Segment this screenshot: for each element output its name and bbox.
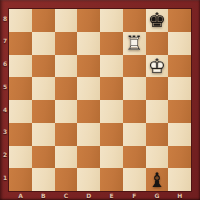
- square-e1[interactable]: [100, 168, 123, 191]
- square-d4[interactable]: [77, 100, 100, 123]
- rank-label-8: 8: [1, 13, 9, 23]
- piece-white-rook[interactable]: ♜♖: [123, 32, 145, 54]
- square-g3[interactable]: [146, 123, 169, 146]
- file-label-e: E: [100, 191, 123, 200]
- chess-board-frame: ♚♜♖♚♔♝ 87654321ABCDEFGH: [0, 0, 200, 200]
- square-h6[interactable]: [168, 55, 191, 78]
- square-c4[interactable]: [55, 100, 78, 123]
- square-g5[interactable]: [146, 77, 169, 100]
- square-d8[interactable]: [77, 9, 100, 32]
- square-a3[interactable]: [9, 123, 32, 146]
- square-c2[interactable]: [55, 146, 78, 169]
- chess-board: ♚♜♖♚♔♝: [9, 9, 191, 191]
- square-e6[interactable]: [100, 55, 123, 78]
- square-g4[interactable]: [146, 100, 169, 123]
- square-c6[interactable]: [55, 55, 78, 78]
- square-f1[interactable]: [123, 168, 146, 191]
- square-h2[interactable]: [168, 146, 191, 169]
- square-d3[interactable]: [77, 123, 100, 146]
- file-label-a: A: [9, 191, 32, 200]
- rank-label-5: 5: [1, 81, 9, 91]
- square-a4[interactable]: [9, 100, 32, 123]
- square-e4[interactable]: [100, 100, 123, 123]
- rank-label-1: 1: [1, 172, 9, 182]
- file-label-d: D: [77, 191, 100, 200]
- square-c3[interactable]: [55, 123, 78, 146]
- square-b4[interactable]: [32, 100, 55, 123]
- square-d5[interactable]: [77, 77, 100, 100]
- square-b1[interactable]: [32, 168, 55, 191]
- piece-black-king[interactable]: ♚: [146, 9, 168, 31]
- square-e7[interactable]: [100, 32, 123, 55]
- square-h4[interactable]: [168, 100, 191, 123]
- square-b5[interactable]: [32, 77, 55, 100]
- piece-white-king[interactable]: ♚♔: [146, 55, 168, 77]
- square-b2[interactable]: [32, 146, 55, 169]
- square-a8[interactable]: [9, 9, 32, 32]
- square-g6[interactable]: ♚♔: [146, 55, 169, 78]
- square-d6[interactable]: [77, 55, 100, 78]
- square-f3[interactable]: [123, 123, 146, 146]
- white-rook-glyph: ♖: [123, 32, 145, 54]
- square-h5[interactable]: [168, 77, 191, 100]
- square-d7[interactable]: [77, 32, 100, 55]
- file-label-f: F: [123, 191, 146, 200]
- square-h1[interactable]: [168, 168, 191, 191]
- square-a2[interactable]: [9, 146, 32, 169]
- square-h8[interactable]: [168, 9, 191, 32]
- square-c7[interactable]: [55, 32, 78, 55]
- rank-label-4: 4: [1, 104, 9, 114]
- square-a1[interactable]: [9, 168, 32, 191]
- square-f5[interactable]: [123, 77, 146, 100]
- square-a7[interactable]: [9, 32, 32, 55]
- rank-label-2: 2: [1, 150, 9, 160]
- file-label-b: B: [32, 191, 55, 200]
- square-f6[interactable]: [123, 55, 146, 78]
- file-label-c: C: [55, 191, 78, 200]
- file-label-h: H: [168, 191, 191, 200]
- piece-black-bishop[interactable]: ♝: [146, 169, 168, 191]
- rank-label-7: 7: [1, 36, 9, 46]
- square-b3[interactable]: [32, 123, 55, 146]
- square-g1[interactable]: ♝: [146, 168, 169, 191]
- square-d1[interactable]: [77, 168, 100, 191]
- square-b7[interactable]: [32, 32, 55, 55]
- square-c1[interactable]: [55, 168, 78, 191]
- rank-label-3: 3: [1, 127, 9, 137]
- square-e8[interactable]: [100, 9, 123, 32]
- square-a6[interactable]: [9, 55, 32, 78]
- square-g7[interactable]: [146, 32, 169, 55]
- square-g2[interactable]: [146, 146, 169, 169]
- square-b8[interactable]: [32, 9, 55, 32]
- square-f8[interactable]: [123, 9, 146, 32]
- square-g8[interactable]: ♚: [146, 9, 169, 32]
- square-e5[interactable]: [100, 77, 123, 100]
- square-h3[interactable]: [168, 123, 191, 146]
- square-h7[interactable]: [168, 32, 191, 55]
- file-label-g: G: [146, 191, 169, 200]
- white-king-glyph: ♔: [146, 55, 168, 77]
- square-a5[interactable]: [9, 77, 32, 100]
- square-f2[interactable]: [123, 146, 146, 169]
- square-c5[interactable]: [55, 77, 78, 100]
- rank-label-6: 6: [1, 59, 9, 69]
- square-e2[interactable]: [100, 146, 123, 169]
- square-d2[interactable]: [77, 146, 100, 169]
- square-f7[interactable]: ♜♖: [123, 32, 146, 55]
- square-c8[interactable]: [55, 9, 78, 32]
- square-e3[interactable]: [100, 123, 123, 146]
- square-b6[interactable]: [32, 55, 55, 78]
- square-f4[interactable]: [123, 100, 146, 123]
